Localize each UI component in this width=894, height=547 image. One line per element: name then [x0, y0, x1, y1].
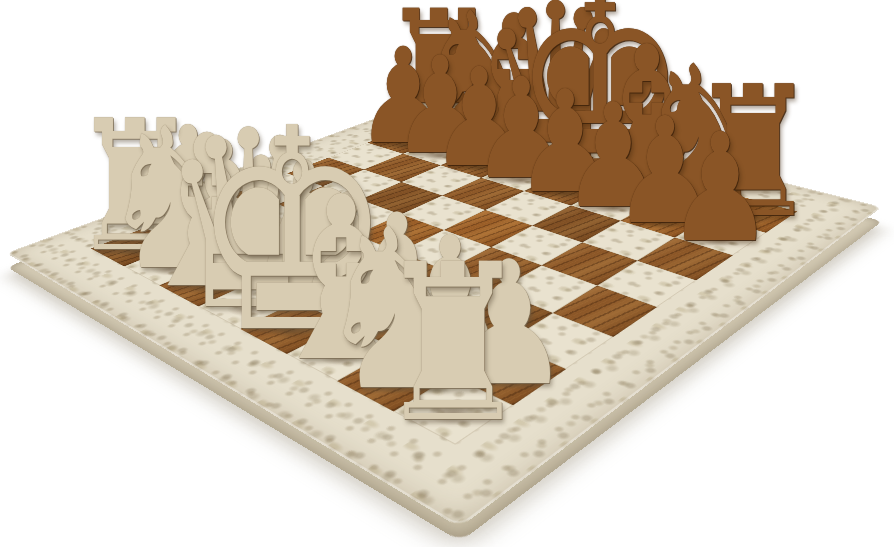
- pieces-layer: ♜♞♝♛♚♝♞♜♟♟♟♟♟♟♟♟♟♟♟♟♟♟♟♟♜♞♝♛♚♝♞♜: [0, 0, 894, 547]
- chess-set-photo: ♜♞♝♛♚♝♞♜♟♟♟♟♟♟♟♟♟♟♟♟♟♟♟♟♜♞♝♛♚♝♞♜: [0, 0, 894, 547]
- black-pawn-icon: ♟: [667, 113, 775, 263]
- white-rook-icon: ♜: [376, 235, 532, 452]
